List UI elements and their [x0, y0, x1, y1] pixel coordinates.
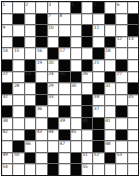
clue-number: 41	[105, 118, 110, 123]
white-cell-r13c7[interactable]	[71, 141, 81, 152]
white-cell-r11c4[interactable]	[36, 118, 46, 129]
white-cell-r1c10[interactable]	[105, 2, 115, 13]
black-cell-r8c9	[93, 83, 103, 94]
clue-number: 3	[48, 2, 51, 7]
white-cell-r2c5[interactable]: 7	[48, 14, 58, 25]
clue-number: 52	[94, 152, 99, 157]
white-cell-r2c8[interactable]	[82, 14, 92, 25]
white-cell-r4c9[interactable]	[93, 37, 103, 48]
white-cell-r4c7[interactable]	[71, 37, 81, 48]
clue-number: 9	[3, 25, 6, 30]
black-cell-r4c6	[59, 37, 69, 48]
black-cell-r10c6	[59, 106, 69, 117]
white-cell-r11c7[interactable]	[71, 118, 81, 129]
white-cell-r3c7[interactable]	[71, 25, 81, 36]
white-cell-r4c1[interactable]	[2, 37, 12, 48]
clue-number: 43	[37, 129, 42, 134]
black-cell-r13c2	[13, 141, 23, 152]
white-cell-r3c11[interactable]	[116, 25, 126, 36]
black-cell-r10c11	[116, 106, 126, 117]
white-cell-r15c1[interactable]: 54	[2, 164, 12, 175]
white-cell-r14c9[interactable]: 52	[93, 153, 103, 164]
clue-number: 11	[94, 25, 99, 30]
black-cell-r8c12	[128, 83, 138, 94]
black-cell-r4c10	[105, 37, 115, 48]
white-cell-r7c2[interactable]	[13, 72, 23, 83]
white-cell-r12c5[interactable]: 44	[48, 130, 58, 141]
white-cell-r5c11[interactable]	[116, 48, 126, 59]
white-cell-r12c8[interactable]	[82, 130, 92, 141]
white-cell-r14c4[interactable]	[36, 153, 46, 164]
clue-number: 26	[82, 71, 87, 76]
white-cell-r7c8[interactable]: 26	[82, 72, 92, 83]
white-cell-r12c12[interactable]	[128, 130, 138, 141]
clue-number: 15	[14, 48, 19, 53]
white-cell-r8c10[interactable]: 31	[105, 83, 115, 94]
white-cell-r15c12[interactable]	[128, 164, 138, 175]
white-cell-r11c2[interactable]	[13, 118, 23, 129]
white-cell-r10c9[interactable]: 37	[93, 106, 103, 117]
black-cell-r9c4	[36, 95, 46, 106]
black-cell-r12c11	[116, 130, 126, 141]
white-cell-r7c11[interactable]: 27	[116, 72, 126, 83]
crossword-board: 1234567891011121314151617181920212223242…	[0, 0, 140, 177]
white-cell-r1c1[interactable]: 1	[2, 2, 12, 13]
black-cell-r4c4	[36, 37, 46, 48]
black-cell-r11c9	[93, 118, 103, 129]
clue-number: 47	[60, 141, 65, 146]
black-cell-r7c6: 25	[59, 72, 69, 83]
white-cell-r7c12[interactable]	[128, 72, 138, 83]
white-cell-r2c1[interactable]	[2, 14, 12, 25]
black-cell-r6c11	[116, 60, 126, 71]
clue-number: 46	[25, 141, 30, 146]
white-cell-r15c4[interactable]	[36, 164, 46, 175]
white-cell-r8c2[interactable]: 28	[13, 83, 23, 94]
clue-number: 44	[48, 129, 53, 134]
black-cell-r14c5	[48, 153, 58, 164]
clue-number: 20	[48, 60, 53, 65]
white-cell-r6c2[interactable]	[13, 60, 23, 71]
clue-number: 14	[3, 48, 8, 53]
white-cell-r12c2[interactable]	[13, 130, 23, 141]
clue-number: 42	[3, 129, 8, 134]
clue-number: 33	[48, 94, 53, 99]
clue-number: 53	[117, 152, 122, 157]
black-cell-r13c9	[93, 141, 103, 152]
white-cell-r1c8[interactable]	[82, 2, 92, 13]
white-cell-r9c1[interactable]: 32	[2, 95, 12, 106]
white-cell-r5c1[interactable]: 14	[2, 48, 12, 59]
black-cell-r7c3: 23	[25, 72, 35, 83]
clue-number: 25	[60, 71, 65, 76]
black-cell-r3c4	[36, 25, 46, 36]
white-cell-r9c10[interactable]	[105, 95, 115, 106]
clue-number: 35	[128, 94, 133, 99]
clue-number: 36	[37, 106, 42, 111]
white-cell-r6c10[interactable]	[105, 60, 115, 71]
white-cell-r1c6[interactable]	[59, 2, 69, 13]
white-cell-r6c4[interactable]: 19	[36, 60, 46, 71]
clue-number: 29	[48, 83, 53, 88]
white-cell-r13c4[interactable]	[36, 141, 46, 152]
white-cell-r13c3[interactable]: 46	[25, 141, 35, 152]
white-cell-r12c1[interactable]: 42	[2, 130, 12, 141]
white-cell-r8c7[interactable]: 30	[71, 83, 81, 94]
clue-number: 28	[14, 83, 19, 88]
black-cell-r2c2	[13, 14, 23, 25]
white-cell-r7c4[interactable]	[36, 72, 46, 83]
clue-number: 50	[14, 152, 19, 157]
white-cell-r2c3[interactable]	[25, 14, 35, 25]
black-cell-r8c1	[2, 83, 12, 94]
white-cell-r7c5[interactable]: 24	[48, 72, 58, 83]
white-cell-r1c4[interactable]	[36, 2, 46, 13]
clue-number: 19	[37, 60, 42, 65]
white-cell-r11c1[interactable]: 38	[2, 118, 12, 129]
clue-number: 23	[25, 71, 30, 76]
clue-number: 8	[60, 13, 63, 18]
clue-number: 2	[25, 2, 28, 7]
white-cell-r9c12[interactable]: 35	[128, 95, 138, 106]
white-cell-r5c12[interactable]	[128, 48, 138, 59]
clue-number: 10	[48, 25, 53, 30]
black-cell-r14c7	[71, 153, 81, 164]
black-cell-r11c5	[48, 118, 58, 129]
white-cell-r13c12[interactable]	[128, 141, 138, 152]
white-cell-r3c2[interactable]	[13, 25, 23, 36]
white-cell-r3c9[interactable]: 11	[93, 25, 103, 36]
white-cell-r1c2[interactable]	[13, 2, 23, 13]
white-cell-r11c12[interactable]	[128, 118, 138, 129]
white-cell-r15c8[interactable]: 55	[82, 164, 92, 175]
white-cell-r6c5[interactable]: 20	[48, 60, 58, 71]
clue-number: 48	[105, 141, 110, 146]
black-cell-r14c10	[105, 153, 115, 164]
white-cell-r5c3[interactable]	[25, 48, 35, 59]
white-cell-r6c12[interactable]	[128, 60, 138, 71]
black-cell-r2c4	[36, 14, 46, 25]
white-cell-r5c6[interactable]: 17	[59, 48, 69, 59]
white-cell-r9c9[interactable]: 34	[93, 95, 103, 106]
white-cell-r5c8[interactable]	[82, 48, 92, 59]
white-cell-r3c5[interactable]: 10	[48, 25, 58, 36]
white-cell-r3c10[interactable]	[105, 25, 115, 36]
white-cell-r10c7[interactable]	[71, 106, 81, 117]
white-cell-r5c2[interactable]: 15	[13, 48, 23, 59]
white-cell-r3c1[interactable]: 9	[2, 25, 12, 36]
white-cell-r5c7[interactable]	[71, 48, 81, 59]
white-cell-r7c1[interactable]: 22	[2, 72, 12, 83]
clue-number: 54	[3, 164, 8, 169]
white-cell-r13c6[interactable]: 47	[59, 141, 69, 152]
clue-number: 30	[71, 83, 76, 88]
white-cell-r2c7[interactable]	[71, 14, 81, 25]
white-cell-r2c6[interactable]: 8	[59, 14, 69, 25]
black-cell-r15c5	[48, 164, 58, 175]
black-cell-r3c12	[128, 25, 138, 36]
clue-number: 5	[94, 2, 97, 7]
clue-number: 6	[117, 2, 120, 7]
white-cell-r9c11[interactable]	[116, 95, 126, 106]
white-cell-r4c3[interactable]	[25, 37, 35, 48]
white-cell-r14c8[interactable]: 51	[82, 153, 92, 164]
white-cell-r9c5[interactable]: 33	[48, 95, 58, 106]
black-cell-r12c9	[93, 130, 103, 141]
black-cell-r2c10	[105, 14, 115, 25]
white-cell-r13c5[interactable]	[48, 141, 58, 152]
white-cell-r10c4[interactable]: 36	[36, 106, 46, 117]
black-cell-r7c10	[105, 72, 115, 83]
clue-number: 17	[60, 48, 65, 53]
white-cell-r14c11[interactable]: 53	[116, 153, 126, 164]
white-cell-r15c10[interactable]	[105, 164, 115, 175]
clue-number: 27	[117, 71, 122, 76]
clue-number: 37	[94, 106, 99, 111]
black-cell-r4c2	[13, 37, 23, 48]
black-cell-r6c8	[82, 60, 92, 71]
clue-number: 31	[105, 83, 110, 88]
white-cell-r4c12[interactable]: 13	[128, 37, 138, 48]
white-cell-r10c2[interactable]	[13, 106, 23, 117]
clue-number: 16	[37, 48, 42, 53]
crossword-grid: 1234567891011121314151617181920212223242…	[1, 1, 139, 176]
black-cell-r14c3	[25, 153, 35, 164]
white-cell-r4c11[interactable]: 12	[116, 37, 126, 48]
white-cell-r13c10[interactable]: 48	[105, 141, 115, 152]
white-cell-r10c10[interactable]	[105, 106, 115, 117]
white-cell-r14c12[interactable]	[128, 153, 138, 164]
clue-number: 7	[48, 13, 51, 18]
white-cell-r15c3[interactable]	[25, 164, 35, 175]
white-cell-r3c3[interactable]	[25, 25, 35, 36]
white-cell-r9c3[interactable]	[25, 95, 35, 106]
white-cell-r14c6[interactable]	[59, 153, 69, 164]
white-cell-r9c7[interactable]	[71, 95, 81, 106]
white-cell-r8c8[interactable]	[82, 83, 92, 94]
clue-number: 40	[82, 118, 87, 123]
clue-number: 34	[94, 94, 99, 99]
black-cell-r10c8	[82, 106, 92, 117]
white-cell-r1c12[interactable]	[128, 2, 138, 13]
black-cell-r5c5	[48, 48, 58, 59]
white-cell-r11c3[interactable]	[25, 118, 35, 129]
black-cell-r12c3	[25, 130, 35, 141]
white-cell-r11c6[interactable]: 39	[59, 118, 69, 129]
clue-number: 4	[71, 2, 74, 7]
black-cell-r6c1	[2, 60, 12, 71]
clue-number: 22	[3, 71, 8, 76]
black-cell-r10c3	[25, 106, 35, 117]
white-cell-r5c10[interactable]: 18	[105, 48, 115, 59]
white-cell-r7c9[interactable]	[93, 72, 103, 83]
white-cell-r2c11[interactable]	[116, 14, 126, 25]
white-cell-r15c2[interactable]	[13, 164, 23, 175]
clue-number: 13	[128, 36, 133, 41]
white-cell-r3c6[interactable]	[59, 25, 69, 36]
clue-number: 45	[71, 129, 76, 134]
white-cell-r14c2[interactable]: 50	[13, 153, 23, 164]
white-cell-r8c5[interactable]: 29	[48, 83, 58, 94]
black-cell-r9c8	[82, 95, 92, 106]
black-cell-r10c1	[2, 106, 12, 117]
clue-number: 55	[82, 164, 87, 169]
clue-number: 18	[105, 48, 110, 53]
black-cell-r6c3	[25, 60, 35, 71]
white-cell-r15c6[interactable]	[59, 164, 69, 175]
white-cell-r9c2[interactable]	[13, 95, 23, 106]
white-cell-r9c6[interactable]	[59, 95, 69, 106]
white-cell-r2c9[interactable]	[93, 14, 103, 25]
clue-number: 12	[117, 36, 122, 41]
clue-number: 21	[94, 60, 99, 65]
white-cell-r13c11[interactable]	[116, 141, 126, 152]
white-cell-r6c9[interactable]: 21	[93, 60, 103, 71]
black-cell-r12c6	[59, 130, 69, 141]
white-cell-r8c3[interactable]	[25, 83, 35, 94]
black-cell-r11c8: 40	[82, 118, 92, 129]
black-cell-r1c7: 4	[71, 2, 81, 13]
white-cell-r15c9[interactable]	[93, 164, 103, 175]
black-cell-r5c9	[93, 48, 103, 59]
black-cell-r6c6	[59, 60, 69, 71]
white-cell-r12c4[interactable]: 43	[36, 130, 46, 141]
black-cell-r2c12	[128, 14, 138, 25]
black-cell-r4c8	[82, 37, 92, 48]
white-cell-r10c5[interactable]	[48, 106, 58, 117]
white-cell-r8c11[interactable]	[116, 83, 126, 94]
white-cell-r12c7[interactable]: 45	[71, 130, 81, 141]
black-cell-r1c9: 5	[93, 2, 103, 13]
white-cell-r13c8[interactable]	[82, 141, 92, 152]
clue-number: 32	[3, 94, 8, 99]
white-cell-r1c3[interactable]: 2	[25, 2, 35, 13]
black-cell-r7c7	[71, 72, 81, 83]
clue-number: 1	[3, 2, 6, 7]
white-cell-r15c11[interactable]	[116, 164, 126, 175]
white-cell-r11c10[interactable]: 41	[105, 118, 115, 129]
clue-number: 51	[82, 152, 87, 157]
clue-number: 39	[60, 118, 65, 123]
white-cell-r4c5[interactable]	[48, 37, 58, 48]
white-cell-r14c1[interactable]: 49	[2, 153, 12, 164]
black-cell-r15c7	[71, 164, 81, 175]
black-cell-r3c8	[82, 25, 92, 36]
white-cell-r8c6[interactable]	[59, 83, 69, 94]
clue-number: 24	[48, 71, 53, 76]
white-cell-r12c10[interactable]	[105, 130, 115, 141]
black-cell-r8c4	[36, 83, 46, 94]
white-cell-r5c4[interactable]: 16	[36, 48, 46, 59]
white-cell-r6c7[interactable]	[71, 60, 81, 71]
white-cell-r11c11[interactable]	[116, 118, 126, 129]
white-cell-r1c5[interactable]: 3	[48, 2, 58, 13]
white-cell-r10c12[interactable]	[128, 106, 138, 117]
white-cell-r13c1[interactable]	[2, 141, 12, 152]
clue-number: 38	[3, 118, 8, 123]
white-cell-r1c11[interactable]: 6	[116, 2, 126, 13]
clue-number: 49	[3, 152, 8, 157]
